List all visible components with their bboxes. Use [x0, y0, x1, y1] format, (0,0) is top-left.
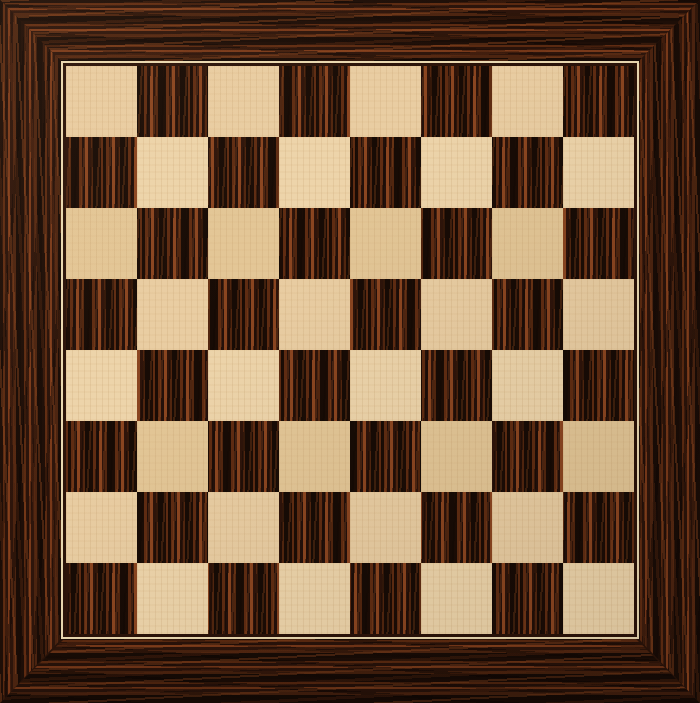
square-c2[interactable]: [208, 492, 279, 563]
square-g2[interactable]: [492, 492, 563, 563]
square-c7[interactable]: [208, 137, 279, 208]
square-g5[interactable]: [492, 279, 563, 350]
square-a4[interactable]: [66, 350, 137, 421]
square-d3[interactable]: [279, 421, 350, 492]
square-f8[interactable]: [421, 66, 492, 137]
square-d7[interactable]: [279, 137, 350, 208]
square-h6[interactable]: [563, 208, 634, 279]
square-e2[interactable]: [350, 492, 421, 563]
square-b2[interactable]: [137, 492, 208, 563]
square-f3[interactable]: [421, 421, 492, 492]
square-e4[interactable]: [350, 350, 421, 421]
chessboard: [66, 66, 634, 634]
square-h3[interactable]: [563, 421, 634, 492]
square-e5[interactable]: [350, 279, 421, 350]
square-b6[interactable]: [137, 208, 208, 279]
square-b7[interactable]: [137, 137, 208, 208]
frame-top-rail: [0, 0, 700, 63]
square-b1[interactable]: [137, 563, 208, 634]
square-g1[interactable]: [492, 563, 563, 634]
square-e3[interactable]: [350, 421, 421, 492]
square-h2[interactable]: [563, 492, 634, 563]
square-g3[interactable]: [492, 421, 563, 492]
square-c6[interactable]: [208, 208, 279, 279]
square-f5[interactable]: [421, 279, 492, 350]
square-c5[interactable]: [208, 279, 279, 350]
square-h4[interactable]: [563, 350, 634, 421]
square-a8[interactable]: [66, 66, 137, 137]
square-e8[interactable]: [350, 66, 421, 137]
square-d6[interactable]: [279, 208, 350, 279]
square-a7[interactable]: [66, 137, 137, 208]
square-a6[interactable]: [66, 208, 137, 279]
square-a3[interactable]: [66, 421, 137, 492]
square-f2[interactable]: [421, 492, 492, 563]
frame-left-stile: [0, 0, 63, 703]
square-f6[interactable]: [421, 208, 492, 279]
square-h7[interactable]: [563, 137, 634, 208]
square-h1[interactable]: [563, 563, 634, 634]
square-a1[interactable]: [66, 563, 137, 634]
square-b5[interactable]: [137, 279, 208, 350]
square-c1[interactable]: [208, 563, 279, 634]
square-b4[interactable]: [137, 350, 208, 421]
chessboard-photo: [0, 0, 700, 703]
square-c8[interactable]: [208, 66, 279, 137]
square-h8[interactable]: [563, 66, 634, 137]
square-d5[interactable]: [279, 279, 350, 350]
square-d8[interactable]: [279, 66, 350, 137]
square-f4[interactable]: [421, 350, 492, 421]
square-f1[interactable]: [421, 563, 492, 634]
square-b8[interactable]: [137, 66, 208, 137]
square-e7[interactable]: [350, 137, 421, 208]
square-d2[interactable]: [279, 492, 350, 563]
square-a2[interactable]: [66, 492, 137, 563]
square-g4[interactable]: [492, 350, 563, 421]
square-f7[interactable]: [421, 137, 492, 208]
square-c4[interactable]: [208, 350, 279, 421]
square-d1[interactable]: [279, 563, 350, 634]
square-b3[interactable]: [137, 421, 208, 492]
frame-right-stile: [637, 0, 700, 703]
square-g6[interactable]: [492, 208, 563, 279]
square-g8[interactable]: [492, 66, 563, 137]
square-e1[interactable]: [350, 563, 421, 634]
square-a5[interactable]: [66, 279, 137, 350]
square-h5[interactable]: [563, 279, 634, 350]
inlay-border: [61, 61, 639, 639]
square-g7[interactable]: [492, 137, 563, 208]
square-e6[interactable]: [350, 208, 421, 279]
square-c3[interactable]: [208, 421, 279, 492]
square-d4[interactable]: [279, 350, 350, 421]
frame-bottom-rail: [0, 637, 700, 703]
